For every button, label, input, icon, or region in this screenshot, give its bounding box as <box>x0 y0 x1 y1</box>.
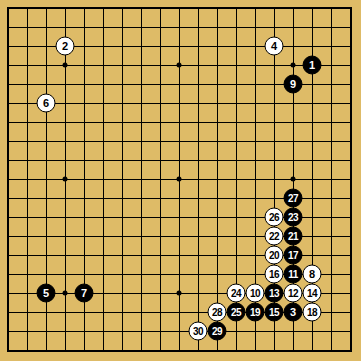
grid-line-vertical <box>350 7 352 352</box>
move-number: 8 <box>309 269 315 280</box>
move-number: 29 <box>212 326 222 336</box>
move-number: 11 <box>288 269 298 279</box>
stone-black-3: 3 <box>284 303 303 322</box>
move-number: 4 <box>271 41 277 52</box>
move-number: 26 <box>269 212 279 222</box>
move-number: 24 <box>231 288 241 298</box>
move-number: 9 <box>290 79 296 90</box>
stone-black-9: 9 <box>284 75 303 94</box>
stone-black-7: 7 <box>75 284 94 303</box>
move-number: 16 <box>269 269 279 279</box>
grid-line-vertical <box>331 8 332 351</box>
stone-black-23: 23 <box>284 208 303 227</box>
go-board[interactable]: 1234567891011121314151617181920212223242… <box>0 0 361 361</box>
stone-white-12: 12 <box>284 284 303 303</box>
move-number: 5 <box>43 288 49 299</box>
move-number: 13 <box>269 288 279 298</box>
move-number: 3 <box>290 307 296 318</box>
star-point <box>63 177 68 182</box>
move-number: 27 <box>288 193 298 203</box>
stone-white-20: 20 <box>265 246 284 265</box>
stone-white-30: 30 <box>189 322 208 341</box>
move-number: 25 <box>231 307 241 317</box>
star-point <box>291 177 296 182</box>
stone-black-25: 25 <box>227 303 246 322</box>
stone-white-8: 8 <box>303 265 322 284</box>
stone-white-4: 4 <box>265 37 284 56</box>
move-number: 14 <box>307 288 317 298</box>
stone-black-17: 17 <box>284 246 303 265</box>
stone-black-15: 15 <box>265 303 284 322</box>
move-number: 17 <box>288 250 298 260</box>
grid-line-vertical <box>198 8 199 351</box>
star-point <box>291 63 296 68</box>
move-number: 21 <box>288 231 298 241</box>
stone-black-5: 5 <box>37 284 56 303</box>
move-number: 10 <box>250 288 260 298</box>
stone-black-27: 27 <box>284 189 303 208</box>
move-number: 1 <box>309 60 315 71</box>
move-number: 18 <box>307 307 317 317</box>
stone-white-18: 18 <box>303 303 322 322</box>
stone-black-19: 19 <box>246 303 265 322</box>
stone-white-16: 16 <box>265 265 284 284</box>
star-point <box>177 177 182 182</box>
stone-black-21: 21 <box>284 227 303 246</box>
stone-white-14: 14 <box>303 284 322 303</box>
star-point <box>177 291 182 296</box>
star-point <box>63 291 68 296</box>
stone-black-1: 1 <box>303 56 322 75</box>
move-number: 2 <box>62 41 68 52</box>
stone-black-11: 11 <box>284 265 303 284</box>
move-number: 12 <box>288 288 298 298</box>
grid-line-horizontal <box>7 350 352 352</box>
move-number: 22 <box>269 231 279 241</box>
move-number: 23 <box>288 212 298 222</box>
move-number: 7 <box>81 288 87 299</box>
star-point <box>63 63 68 68</box>
stone-white-26: 26 <box>265 208 284 227</box>
stone-white-10: 10 <box>246 284 265 303</box>
move-number: 20 <box>269 250 279 260</box>
move-number: 15 <box>269 307 279 317</box>
move-number: 6 <box>43 98 49 109</box>
stone-white-22: 22 <box>265 227 284 246</box>
move-number: 28 <box>212 307 222 317</box>
grid-line-vertical <box>217 8 218 351</box>
stone-white-24: 24 <box>227 284 246 303</box>
stone-white-2: 2 <box>56 37 75 56</box>
move-number: 19 <box>250 307 260 317</box>
stone-black-29: 29 <box>208 322 227 341</box>
grid-line-horizontal <box>8 331 351 332</box>
stone-white-28: 28 <box>208 303 227 322</box>
stone-black-13: 13 <box>265 284 284 303</box>
move-number: 30 <box>193 326 203 336</box>
stone-white-6: 6 <box>37 94 56 113</box>
star-point <box>177 63 182 68</box>
